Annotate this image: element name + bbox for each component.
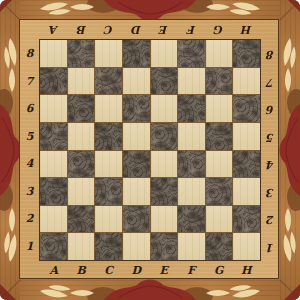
file-label-h: H	[233, 262, 261, 279]
square-h5[interactable]	[233, 123, 260, 150]
square-g2[interactable]	[206, 206, 233, 233]
square-e7[interactable]	[151, 68, 178, 95]
square-a7[interactable]	[40, 68, 67, 95]
rank-label-2: 2	[21, 205, 38, 233]
file-label-b: B	[68, 21, 96, 38]
square-b1[interactable]	[68, 233, 95, 260]
border-wood-right	[280, 0, 300, 300]
file-label-d: D	[123, 262, 151, 279]
square-g8[interactable]	[206, 40, 233, 67]
square-h7[interactable]	[233, 68, 260, 95]
square-b5[interactable]	[68, 123, 95, 150]
square-f2[interactable]	[178, 206, 205, 233]
rank-labels-right: 87654321	[262, 40, 279, 260]
file-label-d: D	[123, 21, 151, 38]
rank-label-1: 1	[262, 233, 279, 261]
square-d7[interactable]	[123, 68, 150, 95]
border-wood-bottom	[0, 280, 300, 300]
square-h8[interactable]	[233, 40, 260, 67]
file-labels-top: ABCDEFGH	[40, 21, 260, 38]
file-label-a: A	[40, 262, 68, 279]
rank-label-2: 2	[262, 205, 279, 233]
square-c2[interactable]	[95, 206, 122, 233]
playing-field	[39, 39, 261, 261]
square-f6[interactable]	[178, 95, 205, 122]
square-g1[interactable]	[206, 233, 233, 260]
rank-label-4: 4	[262, 150, 279, 178]
square-b2[interactable]	[68, 206, 95, 233]
rank-label-8: 8	[21, 40, 38, 68]
square-g4[interactable]	[206, 151, 233, 178]
square-e2[interactable]	[151, 206, 178, 233]
square-a6[interactable]	[40, 95, 67, 122]
square-g7[interactable]	[206, 68, 233, 95]
square-f1[interactable]	[178, 233, 205, 260]
square-a4[interactable]	[40, 151, 67, 178]
square-a1[interactable]	[40, 233, 67, 260]
square-d6[interactable]	[123, 95, 150, 122]
rank-label-8: 8	[262, 40, 279, 68]
square-g3[interactable]	[206, 178, 233, 205]
square-c6[interactable]	[95, 95, 122, 122]
square-f8[interactable]	[178, 40, 205, 67]
border-wood-left	[0, 0, 20, 300]
square-b8[interactable]	[68, 40, 95, 67]
square-h6[interactable]	[233, 95, 260, 122]
square-c1[interactable]	[95, 233, 122, 260]
file-label-c: C	[95, 262, 123, 279]
file-labels-bottom: ABCDEFGH	[40, 262, 260, 279]
square-f7[interactable]	[178, 68, 205, 95]
square-c4[interactable]	[95, 151, 122, 178]
square-d2[interactable]	[123, 206, 150, 233]
square-c7[interactable]	[95, 68, 122, 95]
square-e4[interactable]	[151, 151, 178, 178]
rank-label-3: 3	[262, 178, 279, 206]
rank-label-7: 7	[262, 68, 279, 96]
square-e1[interactable]	[151, 233, 178, 260]
square-d3[interactable]	[123, 178, 150, 205]
rank-label-5: 5	[21, 123, 38, 151]
square-h2[interactable]	[233, 206, 260, 233]
square-f5[interactable]	[178, 123, 205, 150]
file-label-a: A	[40, 21, 68, 38]
square-e8[interactable]	[151, 40, 178, 67]
square-c5[interactable]	[95, 123, 122, 150]
square-d8[interactable]	[123, 40, 150, 67]
square-g6[interactable]	[206, 95, 233, 122]
file-label-h: H	[233, 21, 261, 38]
chessboard-photo: ABCDEFGH ABCDEFGH 87654321 87654321	[0, 0, 300, 300]
square-h4[interactable]	[233, 151, 260, 178]
square-d4[interactable]	[123, 151, 150, 178]
square-f4[interactable]	[178, 151, 205, 178]
square-h1[interactable]	[233, 233, 260, 260]
border-wood-top	[0, 0, 300, 20]
square-g5[interactable]	[206, 123, 233, 150]
square-c3[interactable]	[95, 178, 122, 205]
file-label-g: G	[205, 262, 233, 279]
square-e6[interactable]	[151, 95, 178, 122]
square-c8[interactable]	[95, 40, 122, 67]
file-label-c: C	[95, 21, 123, 38]
square-b3[interactable]	[68, 178, 95, 205]
square-d5[interactable]	[123, 123, 150, 150]
square-a2[interactable]	[40, 206, 67, 233]
square-b4[interactable]	[68, 151, 95, 178]
file-label-e: E	[150, 262, 178, 279]
square-d1[interactable]	[123, 233, 150, 260]
rank-label-6: 6	[262, 95, 279, 123]
file-label-f: F	[178, 262, 206, 279]
square-a8[interactable]	[40, 40, 67, 67]
file-label-b: B	[68, 262, 96, 279]
square-e5[interactable]	[151, 123, 178, 150]
square-a5[interactable]	[40, 123, 67, 150]
square-e3[interactable]	[151, 178, 178, 205]
square-a3[interactable]	[40, 178, 67, 205]
chessboard: ABCDEFGH ABCDEFGH 87654321 87654321	[0, 0, 300, 300]
file-label-e: E	[150, 21, 178, 38]
square-f3[interactable]	[178, 178, 205, 205]
file-label-g: G	[205, 21, 233, 38]
rank-labels-left: 87654321	[21, 40, 38, 260]
file-label-f: F	[178, 21, 206, 38]
square-b6[interactable]	[68, 95, 95, 122]
rank-label-1: 1	[21, 233, 38, 261]
rank-label-3: 3	[21, 178, 38, 206]
rank-label-5: 5	[262, 123, 279, 151]
square-h3[interactable]	[233, 178, 260, 205]
rank-label-7: 7	[21, 68, 38, 96]
rank-label-6: 6	[21, 95, 38, 123]
rank-label-4: 4	[21, 150, 38, 178]
square-b7[interactable]	[68, 68, 95, 95]
